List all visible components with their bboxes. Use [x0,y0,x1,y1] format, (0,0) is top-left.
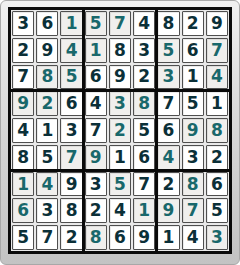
cell-r4c7[interactable]: 7 [157,91,179,116]
cell-r7c4[interactable]: 3 [85,172,107,197]
cell-r3c8[interactable]: 1 [182,65,204,90]
cell-r8c1[interactable]: 6 [12,198,34,223]
cell-r8c7[interactable]: 9 [157,198,179,223]
cell-r5c8[interactable]: 9 [182,118,204,143]
cell-r9c5[interactable]: 6 [109,225,131,250]
cell-r6c4[interactable]: 9 [85,145,107,170]
box-separator-horizontal-1 [11,89,229,92]
cell-r6c5[interactable]: 1 [109,145,131,170]
cell-r5c6[interactable]: 5 [133,118,155,143]
cell-r4c9[interactable]: 1 [206,91,228,116]
cell-r1c7[interactable]: 8 [157,11,179,36]
cell-r1c4[interactable]: 5 [85,11,107,36]
cell-r7c7[interactable]: 2 [157,172,179,197]
cell-r1c2[interactable]: 6 [36,11,58,36]
cell-r7c6[interactable]: 7 [133,172,155,197]
box-separator-vertical-1 [82,10,85,251]
cell-r2c4[interactable]: 1 [85,38,107,63]
cell-r9c2[interactable]: 7 [36,225,58,250]
cell-r3c7[interactable]: 3 [157,65,179,90]
cell-r8c9[interactable]: 5 [206,198,228,223]
cell-r8c4[interactable]: 2 [85,198,107,223]
cell-r5c5[interactable]: 2 [109,118,131,143]
cell-r1c3[interactable]: 1 [60,11,82,36]
cell-r6c3[interactable]: 7 [60,145,82,170]
cell-r4c2[interactable]: 2 [36,91,58,116]
cell-r2c6[interactable]: 3 [133,38,155,63]
cell-r2c5[interactable]: 8 [109,38,131,63]
cell-r1c9[interactable]: 9 [206,11,228,36]
sudoku-board: 3615748292941835677856923149264387514137… [8,7,232,254]
cell-r2c8[interactable]: 6 [182,38,204,63]
box-separator-vertical-2 [155,10,158,251]
cell-r2c1[interactable]: 2 [12,38,34,63]
cell-r6c1[interactable]: 8 [12,145,34,170]
cell-r2c9[interactable]: 7 [206,38,228,63]
cell-r6c7[interactable]: 4 [157,145,179,170]
cell-r8c5[interactable]: 4 [109,198,131,223]
cell-r6c9[interactable]: 2 [206,145,228,170]
cell-r9c8[interactable]: 4 [182,225,204,250]
cell-r9c9[interactable]: 3 [206,225,228,250]
cell-r2c3[interactable]: 4 [60,38,82,63]
cell-r7c9[interactable]: 6 [206,172,228,197]
cell-r7c5[interactable]: 5 [109,172,131,197]
sudoku-grid: 3615748292941835677856923149264387514137… [11,10,229,251]
cell-r4c1[interactable]: 9 [12,91,34,116]
cell-r5c1[interactable]: 4 [12,118,34,143]
cell-r5c9[interactable]: 8 [206,118,228,143]
cell-r9c3[interactable]: 2 [60,225,82,250]
cell-r6c8[interactable]: 3 [182,145,204,170]
cell-r7c3[interactable]: 9 [60,172,82,197]
cell-r9c4[interactable]: 8 [85,225,107,250]
cell-r7c2[interactable]: 4 [36,172,58,197]
cell-r4c4[interactable]: 4 [85,91,107,116]
cell-r3c6[interactable]: 2 [133,65,155,90]
box-separator-horizontal-2 [11,169,229,172]
cell-r3c3[interactable]: 5 [60,65,82,90]
cell-r4c8[interactable]: 5 [182,91,204,116]
cell-r5c4[interactable]: 7 [85,118,107,143]
cell-r3c2[interactable]: 8 [36,65,58,90]
cell-r3c1[interactable]: 7 [12,65,34,90]
cell-r9c7[interactable]: 1 [157,225,179,250]
cell-r5c2[interactable]: 1 [36,118,58,143]
cell-r4c6[interactable]: 8 [133,91,155,116]
cell-r1c5[interactable]: 7 [109,11,131,36]
cell-r3c4[interactable]: 6 [85,65,107,90]
cell-r4c5[interactable]: 3 [109,91,131,116]
cell-r9c6[interactable]: 9 [133,225,155,250]
cell-r2c7[interactable]: 5 [157,38,179,63]
cell-r1c6[interactable]: 4 [133,11,155,36]
cell-r6c2[interactable]: 5 [36,145,58,170]
cell-r8c2[interactable]: 3 [36,198,58,223]
cell-r2c2[interactable]: 9 [36,38,58,63]
cell-r5c3[interactable]: 3 [60,118,82,143]
cell-r1c1[interactable]: 3 [12,11,34,36]
sudoku-frame: 3615748292941835677856923149264387514137… [0,0,240,265]
cell-r7c1[interactable]: 1 [12,172,34,197]
cell-r3c9[interactable]: 4 [206,65,228,90]
cell-r7c8[interactable]: 8 [182,172,204,197]
cell-r6c6[interactable]: 6 [133,145,155,170]
cell-r3c5[interactable]: 9 [109,65,131,90]
cell-r8c6[interactable]: 1 [133,198,155,223]
cell-r8c8[interactable]: 7 [182,198,204,223]
cell-r8c3[interactable]: 8 [60,198,82,223]
cell-r1c8[interactable]: 2 [182,11,204,36]
cell-r4c3[interactable]: 6 [60,91,82,116]
cell-r9c1[interactable]: 5 [12,225,34,250]
cell-r5c7[interactable]: 6 [157,118,179,143]
